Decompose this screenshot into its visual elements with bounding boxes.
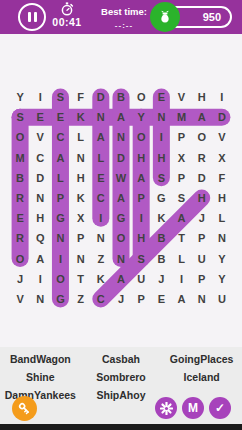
grid-cell[interactable]: P: [192, 228, 212, 248]
word-item: Sombrero: [81, 370, 162, 384]
grid-cell[interactable]: A: [131, 168, 151, 188]
best-time-value: --:--: [96, 21, 152, 30]
grid-cell[interactable]: O: [50, 269, 70, 289]
word-search-screen: 00:41 Best time: --:-- 950 YISFDBOEVHISE…: [0, 0, 242, 430]
grid-cell[interactable]: A: [111, 107, 131, 127]
grid-cell[interactable]: N: [50, 228, 70, 248]
stopwatch-icon: [60, 2, 74, 16]
grid-cell[interactable]: A: [91, 127, 111, 147]
grid-cell[interactable]: O: [10, 248, 30, 268]
grid-cell[interactable]: N: [71, 248, 91, 268]
grid-cell[interactable]: E: [151, 289, 171, 309]
grid-cell[interactable]: P: [171, 168, 191, 188]
grid-cell[interactable]: G: [50, 289, 70, 309]
grid-cell[interactable]: R: [10, 228, 30, 248]
grid-cell[interactable]: A: [111, 188, 131, 208]
grid-cell[interactable]: S: [171, 188, 191, 208]
grid-cell[interactable]: L: [50, 168, 70, 188]
grid-cell[interactable]: O: [10, 127, 30, 147]
grid-cell[interactable]: N: [192, 289, 212, 309]
grid-cell[interactable]: Y: [131, 107, 151, 127]
grid-cell[interactable]: B: [151, 228, 171, 248]
grid-cell[interactable]: C: [91, 188, 111, 208]
board: YISFDBOEVHISEEKNAYNMADOVCLANOIPOVMCANLDH…: [10, 87, 232, 309]
grid-cell[interactable]: E: [151, 87, 171, 107]
grid-cell[interactable]: H: [131, 148, 151, 168]
word-item: Iceland: [161, 370, 242, 384]
grid-cell[interactable]: N: [111, 248, 131, 268]
word-list: BandWagonCasbahGoingPlacesShineSombreroI…: [0, 347, 242, 402]
grid-cell[interactable]: S: [131, 248, 151, 268]
grid-cell[interactable]: G: [151, 188, 171, 208]
grid-cell[interactable]: P: [171, 127, 191, 147]
grid-cell[interactable]: B: [111, 87, 131, 107]
grid-cell[interactable]: V: [212, 127, 232, 147]
grid-cell[interactable]: N: [30, 188, 50, 208]
grid-cell[interactable]: C: [50, 127, 70, 147]
grid-cell[interactable]: M: [10, 148, 30, 168]
grid-cell[interactable]: L: [71, 127, 91, 147]
word-item: DamnYankees: [0, 388, 81, 402]
grid-cell[interactable]: K: [71, 188, 91, 208]
grid-cell[interactable]: H: [192, 188, 212, 208]
key-icon: [17, 401, 32, 416]
m-button-label: M: [188, 401, 198, 415]
grid-cell[interactable]: N: [111, 127, 131, 147]
grid-cell[interactable]: G: [111, 208, 131, 228]
grid-cell[interactable]: I: [30, 87, 50, 107]
grid-cell[interactable]: F: [71, 87, 91, 107]
grid-cell[interactable]: K: [151, 208, 171, 228]
grid-cell[interactable]: X: [71, 208, 91, 228]
grid-cell[interactable]: I: [50, 248, 70, 268]
grid-cell[interactable]: S: [50, 87, 70, 107]
grid-cell[interactable]: E: [30, 107, 50, 127]
grid-cell[interactable]: A: [111, 269, 131, 289]
grid-cell[interactable]: X: [212, 148, 232, 168]
hint-burst-button[interactable]: [155, 397, 177, 419]
grid-cell[interactable]: W: [111, 168, 131, 188]
grid-cell[interactable]: H: [131, 228, 151, 248]
grid-cell[interactable]: T: [71, 269, 91, 289]
grid-cell[interactable]: F: [212, 168, 232, 188]
word-item: BandWagon: [0, 352, 81, 366]
check-icon: ✓: [215, 401, 225, 415]
grid-cell[interactable]: L: [212, 208, 232, 228]
grid-cell[interactable]: E: [50, 107, 70, 127]
grid-cell[interactable]: N: [30, 289, 50, 309]
grid-cell[interactable]: V: [10, 289, 30, 309]
confirm-button[interactable]: ✓: [209, 397, 231, 419]
grid-cell[interactable]: J: [10, 269, 30, 289]
grid-cell[interactable]: Z: [71, 289, 91, 309]
grid-cell[interactable]: I: [131, 208, 151, 228]
grid-cell[interactable]: H: [192, 87, 212, 107]
grid-cell[interactable]: D: [30, 168, 50, 188]
grid-cell[interactable]: Q: [30, 228, 50, 248]
grid-cell[interactable]: P: [50, 188, 70, 208]
grid-cell[interactable]: N: [212, 228, 232, 248]
grid-cell[interactable]: A: [30, 248, 50, 268]
grid-cell[interactable]: I: [212, 87, 232, 107]
best-time-block: Best time: --:--: [96, 6, 152, 30]
grid-cell[interactable]: H: [30, 208, 50, 228]
grid-cell[interactable]: C: [30, 148, 50, 168]
grid-cell[interactable]: G: [50, 208, 70, 228]
grid-cell[interactable]: L: [171, 248, 191, 268]
letter-grid: YISFDBOEVHISEEKNAYNMADOVCLANOIPOVMCANLDH…: [10, 87, 232, 309]
grid-cell[interactable]: L: [91, 148, 111, 168]
burst-icon: [160, 402, 173, 415]
grid-cell[interactable]: H: [151, 148, 171, 168]
grid-cell[interactable]: T: [171, 228, 191, 248]
word-item: ShipAhoy: [81, 388, 162, 402]
grid-cell[interactable]: Y: [212, 269, 232, 289]
pause-button[interactable]: [18, 3, 46, 31]
word-item: GoingPlaces: [161, 352, 242, 366]
grid-cell[interactable]: N: [91, 228, 111, 248]
grid-cell[interactable]: I: [171, 269, 191, 289]
grid-cell[interactable]: J: [151, 269, 171, 289]
grid-cell[interactable]: K: [91, 269, 111, 289]
grid-cell[interactable]: U: [192, 248, 212, 268]
action-buttons: M ✓: [155, 397, 231, 419]
grid-cell[interactable]: I: [151, 127, 171, 147]
grid-cell[interactable]: B: [10, 168, 30, 188]
grid-cell[interactable]: C: [91, 289, 111, 309]
grid-cell[interactable]: J: [111, 289, 131, 309]
pause-icon: [28, 12, 31, 22]
grid-cell[interactable]: H: [71, 168, 91, 188]
grid-cell[interactable]: Z: [91, 248, 111, 268]
grid-cell[interactable]: S: [10, 107, 30, 127]
grid-cell[interactable]: R: [10, 188, 30, 208]
grid-cell[interactable]: N: [151, 107, 171, 127]
grid-cell[interactable]: P: [131, 289, 151, 309]
grid-cell[interactable]: N: [71, 148, 91, 168]
header-bar: 00:41 Best time: --:-- 950: [0, 0, 242, 34]
grid-cell[interactable]: B: [151, 248, 171, 268]
hint-key-button[interactable]: [12, 396, 37, 421]
grid-cell[interactable]: M: [171, 107, 191, 127]
timer-value: 00:41: [46, 16, 88, 28]
grid-cell[interactable]: S: [151, 168, 171, 188]
money-bag-icon: [157, 9, 173, 25]
grid-cell[interactable]: O: [131, 127, 151, 147]
grid-cell[interactable]: D: [212, 107, 232, 127]
grid-cell[interactable]: E: [10, 208, 30, 228]
grid-cell[interactable]: A: [171, 208, 191, 228]
grid-cell[interactable]: D: [91, 87, 111, 107]
coin-amount: 950: [203, 11, 221, 23]
grid-cell[interactable]: U: [131, 269, 151, 289]
grid-cell[interactable]: P: [131, 188, 151, 208]
grid-cell[interactable]: A: [171, 289, 191, 309]
word-item: Shine: [0, 370, 81, 384]
grid-cell[interactable]: A: [50, 148, 70, 168]
grid-cell[interactable]: J: [192, 208, 212, 228]
grid-cell[interactable]: P: [192, 269, 212, 289]
grid-cell[interactable]: Y: [10, 87, 30, 107]
grid-cell[interactable]: O: [111, 228, 131, 248]
coin-button[interactable]: [150, 2, 180, 32]
grid-cell[interactable]: V: [30, 127, 50, 147]
grid-cell[interactable]: I: [91, 208, 111, 228]
grid-cell[interactable]: X: [171, 148, 191, 168]
grid-cell[interactable]: A: [192, 107, 212, 127]
grid-cell[interactable]: U: [212, 289, 232, 309]
grid-cell[interactable]: I: [30, 269, 50, 289]
m-button[interactable]: M: [182, 397, 204, 419]
grid-cell[interactable]: Y: [212, 248, 232, 268]
grid-cell[interactable]: D: [192, 168, 212, 188]
grid-cell[interactable]: H: [212, 188, 232, 208]
grid-cell[interactable]: N: [91, 107, 111, 127]
grid-cell[interactable]: O: [131, 87, 151, 107]
grid-cell[interactable]: V: [171, 87, 191, 107]
grid-cell[interactable]: E: [91, 168, 111, 188]
grid-cell[interactable]: R: [192, 148, 212, 168]
grid-cell[interactable]: O: [192, 127, 212, 147]
grid-cell[interactable]: P: [71, 228, 91, 248]
grid-cell[interactable]: D: [111, 148, 131, 168]
word-item: Casbah: [81, 352, 162, 366]
bottom-bar: [0, 424, 242, 430]
timer-block: 00:41: [46, 2, 88, 28]
best-time-label: Best time:: [96, 6, 152, 17]
grid-cell[interactable]: K: [71, 107, 91, 127]
